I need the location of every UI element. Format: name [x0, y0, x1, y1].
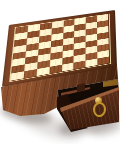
- square-g1: [86, 59, 98, 68]
- square-h1: [97, 57, 109, 66]
- square-a1: [10, 71, 24, 80]
- square-d1: [49, 65, 62, 74]
- square-c1: [36, 67, 49, 76]
- square-b1: [23, 69, 36, 78]
- square-e1: [61, 63, 73, 72]
- square-f1: [74, 61, 86, 70]
- chess-box-photo: [0, 0, 120, 144]
